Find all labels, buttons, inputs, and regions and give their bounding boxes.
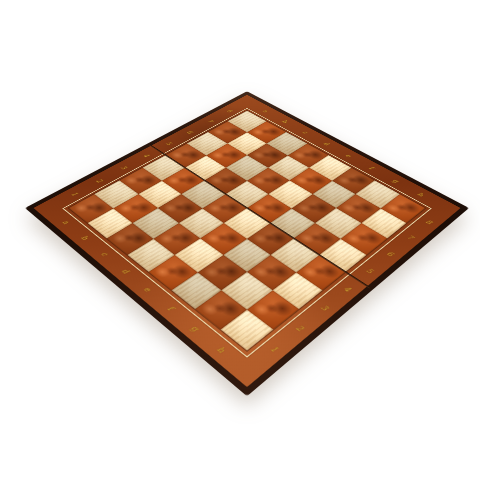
- board: aabbccddeeffgghh8877665544332211: [25, 91, 469, 396]
- board-shadow-wrapper: aabbccddeeffgghh8877665544332211: [0, 0, 480, 480]
- playing-field: [69, 111, 425, 351]
- product-photo-background: aabbccddeeffgghh8877665544332211: [0, 0, 480, 480]
